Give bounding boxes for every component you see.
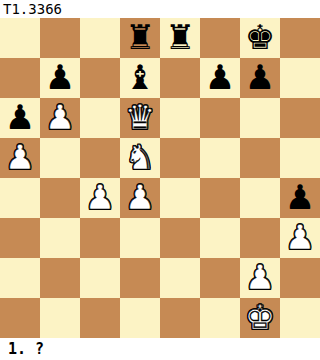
square-h4[interactable]: ♟: [280, 178, 320, 218]
square-e5[interactable]: [160, 138, 200, 178]
square-b8[interactable]: [40, 18, 80, 58]
header: T1.3366: [0, 0, 320, 18]
square-d4[interactable]: ♟: [120, 178, 160, 218]
square-c4[interactable]: ♟: [80, 178, 120, 218]
white-king: ♚: [245, 298, 275, 337]
square-f1[interactable]: [200, 298, 240, 338]
move-prompt: 1. ?: [8, 340, 44, 358]
square-g5[interactable]: [240, 138, 280, 178]
square-h5[interactable]: [280, 138, 320, 178]
black-pawn: ♟: [45, 58, 75, 97]
square-h3[interactable]: ♟: [280, 218, 320, 258]
square-e1[interactable]: [160, 298, 200, 338]
square-h1[interactable]: [280, 298, 320, 338]
square-c8[interactable]: [80, 18, 120, 58]
square-a1[interactable]: [0, 298, 40, 338]
black-pawn: ♟: [205, 58, 235, 97]
black-bishop: ♝: [125, 58, 155, 97]
square-g7[interactable]: ♟: [240, 58, 280, 98]
square-a3[interactable]: [0, 218, 40, 258]
square-b4[interactable]: [40, 178, 80, 218]
square-g4[interactable]: [240, 178, 280, 218]
square-a2[interactable]: [0, 258, 40, 298]
square-f7[interactable]: ♟: [200, 58, 240, 98]
square-c3[interactable]: [80, 218, 120, 258]
square-f8[interactable]: [200, 18, 240, 58]
square-a8[interactable]: [0, 18, 40, 58]
square-b5[interactable]: [40, 138, 80, 178]
square-f3[interactable]: [200, 218, 240, 258]
square-f2[interactable]: [200, 258, 240, 298]
square-g3[interactable]: [240, 218, 280, 258]
square-h2[interactable]: [280, 258, 320, 298]
square-d5[interactable]: ♞: [120, 138, 160, 178]
white-queen: ♛: [125, 98, 155, 137]
square-c7[interactable]: [80, 58, 120, 98]
square-h7[interactable]: [280, 58, 320, 98]
white-pawn: ♟: [285, 218, 315, 257]
square-b3[interactable]: [40, 218, 80, 258]
white-pawn: ♟: [45, 98, 75, 137]
square-g6[interactable]: [240, 98, 280, 138]
square-d3[interactable]: [120, 218, 160, 258]
square-e2[interactable]: [160, 258, 200, 298]
square-b1[interactable]: [40, 298, 80, 338]
square-c6[interactable]: [80, 98, 120, 138]
square-e6[interactable]: [160, 98, 200, 138]
square-g1[interactable]: ♚: [240, 298, 280, 338]
white-pawn: ♟: [245, 258, 275, 297]
black-pawn: ♟: [5, 98, 35, 137]
square-f6[interactable]: [200, 98, 240, 138]
footer: 1. ?: [0, 338, 320, 360]
square-c5[interactable]: [80, 138, 120, 178]
square-a7[interactable]: [0, 58, 40, 98]
square-e8[interactable]: ♜: [160, 18, 200, 58]
square-e7[interactable]: [160, 58, 200, 98]
square-b6[interactable]: ♟: [40, 98, 80, 138]
square-d1[interactable]: [120, 298, 160, 338]
square-c2[interactable]: [80, 258, 120, 298]
square-h8[interactable]: [280, 18, 320, 58]
square-a4[interactable]: [0, 178, 40, 218]
black-rook: ♜: [125, 18, 155, 57]
square-d6[interactable]: ♛: [120, 98, 160, 138]
square-e4[interactable]: [160, 178, 200, 218]
square-f4[interactable]: [200, 178, 240, 218]
square-b7[interactable]: ♟: [40, 58, 80, 98]
square-g2[interactable]: ♟: [240, 258, 280, 298]
square-d8[interactable]: ♜: [120, 18, 160, 58]
chess-board: ♜♜♚♟♝♟♟♟♟♛♟♞♟♟♟♟♟♚: [0, 18, 320, 338]
square-d2[interactable]: [120, 258, 160, 298]
black-pawn: ♟: [285, 178, 315, 217]
square-d7[interactable]: ♝: [120, 58, 160, 98]
square-b2[interactable]: [40, 258, 80, 298]
white-pawn: ♟: [85, 178, 115, 217]
black-pawn: ♟: [245, 58, 275, 97]
white-pawn: ♟: [5, 138, 35, 177]
square-a6[interactable]: ♟: [0, 98, 40, 138]
square-h6[interactable]: [280, 98, 320, 138]
white-knight: ♞: [125, 138, 155, 177]
white-pawn: ♟: [125, 178, 155, 217]
square-f5[interactable]: [200, 138, 240, 178]
square-e3[interactable]: [160, 218, 200, 258]
square-c1[interactable]: [80, 298, 120, 338]
chess-puzzle-app: T1.3366 ♜♜♚♟♝♟♟♟♟♛♟♞♟♟♟♟♟♚ 1. ?: [0, 0, 320, 360]
black-rook: ♜: [165, 18, 195, 57]
square-g8[interactable]: ♚: [240, 18, 280, 58]
square-a5[interactable]: ♟: [0, 138, 40, 178]
black-king: ♚: [245, 18, 275, 57]
puzzle-id: T1.3366: [3, 0, 62, 18]
